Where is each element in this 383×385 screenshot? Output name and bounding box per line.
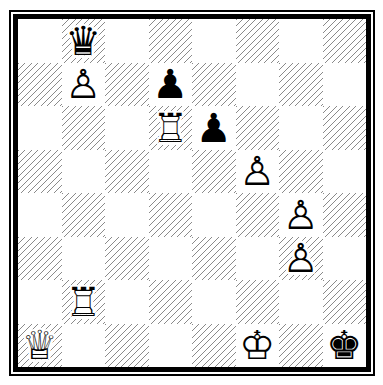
square-b6[interactable] — [62, 106, 106, 150]
white-pawn-piece: ♟♙ — [279, 193, 323, 237]
square-g5[interactable] — [279, 150, 323, 194]
white-pawn-piece: ♟♙ — [279, 237, 323, 281]
square-e4[interactable] — [192, 193, 236, 237]
square-f1[interactable]: ♚♔ — [236, 324, 280, 368]
square-h3[interactable] — [323, 237, 367, 281]
square-g7[interactable] — [279, 63, 323, 107]
piece-glyph: ♖ — [62, 280, 106, 324]
square-g2[interactable] — [279, 280, 323, 324]
square-c5[interactable] — [105, 150, 149, 194]
square-g3[interactable]: ♟♙ — [279, 237, 323, 281]
square-d8[interactable] — [149, 19, 193, 63]
square-d2[interactable] — [149, 280, 193, 324]
square-d4[interactable] — [149, 193, 193, 237]
square-e7[interactable] — [192, 63, 236, 107]
white-rook-piece: ♜♖ — [149, 106, 193, 150]
square-b8[interactable]: ♛♛ — [62, 19, 106, 63]
white-queen-piece: ♛♕ — [18, 324, 62, 368]
square-h8[interactable] — [323, 19, 367, 63]
square-c1[interactable] — [105, 324, 149, 368]
square-a3[interactable] — [18, 237, 62, 281]
black-pawn-piece: ♟♟ — [192, 106, 236, 150]
square-c2[interactable] — [105, 280, 149, 324]
square-e5[interactable] — [192, 150, 236, 194]
square-h2[interactable] — [323, 280, 367, 324]
piece-glyph: ♙ — [279, 237, 323, 281]
square-a1[interactable]: ♛♕ — [18, 324, 62, 368]
square-b3[interactable] — [62, 237, 106, 281]
chess-board-frame: ♛♛♟♙♟♟♜♖♟♟♟♙♟♙♟♙♜♖♛♕♚♔♚♚ — [9, 10, 375, 376]
chess-board-inner-border: ♛♛♟♙♟♟♜♖♟♟♟♙♟♙♟♙♜♖♛♕♚♔♚♚ — [13, 14, 371, 372]
piece-glyph: ♚ — [323, 324, 367, 368]
black-queen-piece: ♛♛ — [62, 19, 106, 63]
piece-glyph: ♕ — [18, 324, 62, 368]
square-e1[interactable] — [192, 324, 236, 368]
white-rook-piece: ♜♖ — [62, 280, 106, 324]
square-b4[interactable] — [62, 193, 106, 237]
piece-glyph: ♙ — [279, 193, 323, 237]
white-pawn-piece: ♟♙ — [62, 63, 106, 107]
square-a6[interactable] — [18, 106, 62, 150]
square-d6[interactable]: ♜♖ — [149, 106, 193, 150]
piece-glyph: ♙ — [236, 150, 280, 194]
piece-glyph: ♖ — [149, 106, 193, 150]
piece-glyph: ♛ — [62, 19, 106, 63]
square-f8[interactable] — [236, 19, 280, 63]
square-d3[interactable] — [149, 237, 193, 281]
white-pawn-piece: ♟♙ — [236, 150, 280, 194]
square-h5[interactable] — [323, 150, 367, 194]
square-b7[interactable]: ♟♙ — [62, 63, 106, 107]
piece-glyph: ♙ — [62, 63, 106, 107]
square-a8[interactable] — [18, 19, 62, 63]
square-f6[interactable] — [236, 106, 280, 150]
square-g1[interactable] — [279, 324, 323, 368]
square-h6[interactable] — [323, 106, 367, 150]
square-d7[interactable]: ♟♟ — [149, 63, 193, 107]
square-f2[interactable] — [236, 280, 280, 324]
square-c3[interactable] — [105, 237, 149, 281]
square-b5[interactable] — [62, 150, 106, 194]
square-e8[interactable] — [192, 19, 236, 63]
square-a5[interactable] — [18, 150, 62, 194]
square-g6[interactable] — [279, 106, 323, 150]
black-king-piece: ♚♚ — [323, 324, 367, 368]
square-d1[interactable] — [149, 324, 193, 368]
square-c7[interactable] — [105, 63, 149, 107]
square-h4[interactable] — [323, 193, 367, 237]
piece-glyph: ♔ — [236, 324, 280, 368]
square-b2[interactable]: ♜♖ — [62, 280, 106, 324]
square-f5[interactable]: ♟♙ — [236, 150, 280, 194]
piece-glyph: ♟ — [192, 106, 236, 150]
black-pawn-piece: ♟♟ — [149, 63, 193, 107]
square-a7[interactable] — [18, 63, 62, 107]
square-c8[interactable] — [105, 19, 149, 63]
chess-diagram-page: ♛♛♟♙♟♟♜♖♟♟♟♙♟♙♟♙♜♖♛♕♚♔♚♚ — [0, 0, 383, 385]
square-f4[interactable] — [236, 193, 280, 237]
square-g4[interactable]: ♟♙ — [279, 193, 323, 237]
square-f3[interactable] — [236, 237, 280, 281]
square-c6[interactable] — [105, 106, 149, 150]
square-f7[interactable] — [236, 63, 280, 107]
square-a4[interactable] — [18, 193, 62, 237]
piece-glyph: ♟ — [149, 63, 193, 107]
square-b1[interactable] — [62, 324, 106, 368]
square-a2[interactable] — [18, 280, 62, 324]
square-e6[interactable]: ♟♟ — [192, 106, 236, 150]
square-g8[interactable] — [279, 19, 323, 63]
square-d5[interactable] — [149, 150, 193, 194]
square-e2[interactable] — [192, 280, 236, 324]
square-c4[interactable] — [105, 193, 149, 237]
square-h7[interactable] — [323, 63, 367, 107]
white-king-piece: ♚♔ — [236, 324, 280, 368]
square-h1[interactable]: ♚♚ — [323, 324, 367, 368]
chess-board: ♛♛♟♙♟♟♜♖♟♟♟♙♟♙♟♙♜♖♛♕♚♔♚♚ — [18, 19, 366, 367]
square-e3[interactable] — [192, 237, 236, 281]
